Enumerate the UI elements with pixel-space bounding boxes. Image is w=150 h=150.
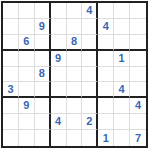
cell-r8c1[interactable] [3,114,19,130]
cell-r7c4[interactable] [51,98,67,114]
cell-r7c9[interactable]: 4 [130,98,146,114]
cell-r7c6[interactable] [82,98,98,114]
cell-r8c9[interactable] [130,114,146,130]
cell-r6c8[interactable]: 4 [114,82,130,98]
cell-r7c5[interactable] [67,98,83,114]
cell-r6c4[interactable] [51,82,67,98]
sudoku-board: 4946891834944217 [1,1,148,148]
cell-r6c6[interactable] [82,82,98,98]
cell-r2c2[interactable] [19,19,35,35]
cell-r8c3[interactable] [35,114,51,130]
cell-r3c4[interactable] [51,35,67,51]
cell-r1c4[interactable] [51,3,67,19]
cell-r5c9[interactable] [130,67,146,83]
cell-r7c3[interactable] [35,98,51,114]
cell-r8c2[interactable] [19,114,35,130]
cell-r1c6[interactable]: 4 [82,3,98,19]
cell-r1c8[interactable] [114,3,130,19]
cell-r9c4[interactable] [51,130,67,146]
cell-r9c9[interactable]: 7 [130,130,146,146]
cell-r9c1[interactable] [3,130,19,146]
cell-r5c2[interactable] [19,67,35,83]
cell-r3c5[interactable]: 8 [67,35,83,51]
cell-r5c7[interactable] [98,67,114,83]
cell-r4c9[interactable] [130,51,146,67]
cell-r4c5[interactable] [67,51,83,67]
cell-r9c5[interactable] [67,130,83,146]
cell-r6c7[interactable] [98,82,114,98]
cell-r1c9[interactable] [130,3,146,19]
cell-r1c5[interactable] [67,3,83,19]
cell-r3c8[interactable] [114,35,130,51]
cell-r4c8[interactable]: 1 [114,51,130,67]
cell-r8c5[interactable] [67,114,83,130]
cell-r9c8[interactable] [114,130,130,146]
cell-r5c8[interactable] [114,67,130,83]
cell-r7c8[interactable] [114,98,130,114]
cell-r4c1[interactable] [3,51,19,67]
cell-r6c9[interactable] [130,82,146,98]
cell-r5c4[interactable] [51,67,67,83]
cell-r4c7[interactable] [98,51,114,67]
cell-r4c6[interactable] [82,51,98,67]
cell-r1c1[interactable] [3,3,19,19]
cell-r1c3[interactable] [35,3,51,19]
cell-r2c4[interactable] [51,19,67,35]
cell-r2c1[interactable] [3,19,19,35]
cell-r1c2[interactable] [19,3,35,19]
cell-r5c5[interactable] [67,67,83,83]
cell-r4c4[interactable]: 9 [51,51,67,67]
cell-r6c1[interactable]: 3 [3,82,19,98]
cell-r8c7[interactable] [98,114,114,130]
cell-r3c1[interactable] [3,35,19,51]
cell-r4c3[interactable] [35,51,51,67]
cell-r2c7[interactable]: 4 [98,19,114,35]
cell-r6c2[interactable] [19,82,35,98]
cell-r7c1[interactable] [3,98,19,114]
cell-r2c3[interactable]: 9 [35,19,51,35]
cell-r5c6[interactable] [82,67,98,83]
cell-r8c4[interactable]: 4 [51,114,67,130]
cell-r6c3[interactable] [35,82,51,98]
cell-r5c3[interactable]: 8 [35,67,51,83]
cell-r8c8[interactable] [114,114,130,130]
cell-r9c2[interactable] [19,130,35,146]
cell-r3c9[interactable] [130,35,146,51]
cell-r1c7[interactable] [98,3,114,19]
cell-r7c7[interactable] [98,98,114,114]
cell-r3c3[interactable] [35,35,51,51]
cell-r9c7[interactable]: 1 [98,130,114,146]
cell-r9c6[interactable] [82,130,98,146]
cell-r2c8[interactable] [114,19,130,35]
cell-r3c2[interactable]: 6 [19,35,35,51]
cell-r5c1[interactable] [3,67,19,83]
cell-r3c7[interactable] [98,35,114,51]
cell-r6c5[interactable] [67,82,83,98]
cell-r2c6[interactable] [82,19,98,35]
cell-r9c3[interactable] [35,130,51,146]
cell-r2c9[interactable] [130,19,146,35]
cell-r8c6[interactable]: 2 [82,114,98,130]
cell-r7c2[interactable]: 9 [19,98,35,114]
cell-r2c5[interactable] [67,19,83,35]
cell-r3c6[interactable] [82,35,98,51]
cell-r4c2[interactable] [19,51,35,67]
